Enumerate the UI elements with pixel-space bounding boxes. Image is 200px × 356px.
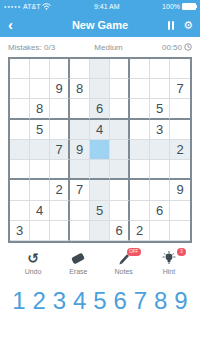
sudoku-cell-r4c3[interactable] [50,120,70,140]
sudoku-cell-r3c4[interactable] [70,99,90,119]
status-right: 100% [162,3,196,10]
sudoku-cell-r4c1[interactable] [10,120,30,140]
sudoku-cell-r3c7[interactable] [130,99,150,119]
nav-bar: ‹ New Game ⚙ [0,13,200,37]
undo-icon: ↺ [27,251,39,265]
sudoku-cell-r7c1[interactable] [10,180,30,200]
sudoku-cell-r5c3[interactable]: 7 [50,140,70,160]
sudoku-cell-r8c6[interactable] [110,201,130,221]
sudoku-cell-r5c9[interactable]: 2 [170,140,190,160]
sudoku-cell-r4c2[interactable]: 5 [30,120,50,140]
sudoku-cell-r3c9[interactable] [170,99,190,119]
sudoku-cell-r8c2[interactable]: 4 [30,201,50,221]
sudoku-cell-r2c1[interactable] [10,79,30,99]
sudoku-cell-r8c7[interactable] [130,201,150,221]
sudoku-cell-r7c3[interactable]: 2 [50,180,70,200]
sudoku-cell-r3c3[interactable] [50,99,70,119]
numpad-digit-5[interactable]: 5 [91,287,109,315]
hint-button[interactable]: Hint 3 [152,251,186,275]
sudoku-cell-r6c4[interactable] [70,160,90,180]
sudoku-cell-r3c1[interactable] [10,99,30,119]
sudoku-cell-r6c8[interactable] [150,160,170,180]
sudoku-board: 987865543792279456362 [8,57,192,243]
back-button[interactable]: ‹ [8,14,13,36]
erase-button[interactable]: Erase [61,251,95,275]
sudoku-cell-r3c2[interactable]: 8 [30,99,50,119]
notes-button[interactable]: Notes OFF [107,251,141,275]
settings-button[interactable]: ⚙ [183,20,193,31]
sudoku-cell-r6c1[interactable] [10,160,30,180]
sudoku-cell-r4c7[interactable] [130,120,150,140]
notes-badge: OFF [127,248,141,256]
sudoku-cell-r6c9[interactable] [170,160,190,180]
sudoku-cell-r9c9[interactable] [170,221,190,241]
number-pad: 123456789 [0,287,200,315]
sudoku-cell-r6c7[interactable] [130,160,150,180]
sudoku-cell-r8c9[interactable] [170,201,190,221]
sudoku-cell-r7c5[interactable] [90,180,110,200]
sudoku-cell-r7c8[interactable] [150,180,170,200]
sudoku-cell-r5c5[interactable] [90,140,110,160]
numpad-digit-3[interactable]: 3 [51,287,69,315]
sudoku-cell-r2c3[interactable]: 9 [50,79,70,99]
numpad-digit-7[interactable]: 7 [132,287,150,315]
sudoku-cell-r8c1[interactable] [10,201,30,221]
undo-label: Undo [25,268,42,275]
difficulty-label: Medium [94,43,122,52]
signal-strength-icon: ●●●●● [4,5,21,9]
sudoku-cell-r9c4[interactable] [70,221,90,241]
sudoku-cell-r4c6[interactable] [110,120,130,140]
sudoku-cell-r2c6[interactable] [110,79,130,99]
sudoku-cell-r5c7[interactable] [130,140,150,160]
sudoku-cell-r9c7[interactable]: 2 [130,221,150,241]
sudoku-cell-r8c5[interactable]: 5 [90,201,110,221]
sudoku-cell-r4c8[interactable]: 3 [150,120,170,140]
sudoku-cell-r7c2[interactable] [30,180,50,200]
sudoku-cell-r9c5[interactable] [90,221,110,241]
erase-label: Erase [69,268,87,275]
timer-value: 00:50 [162,43,182,52]
sudoku-cell-r2c2[interactable] [30,79,50,99]
status-bar: ●●●●● AT&T 9:41 AM 100% [0,0,200,13]
sudoku-cell-r5c6[interactable] [110,140,130,160]
sudoku-cell-r1c1[interactable] [10,59,30,79]
lightbulb-icon [162,251,176,265]
sudoku-cell-r2c7[interactable] [130,79,150,99]
sudoku-cell-r5c1[interactable] [10,140,30,160]
pause-button[interactable] [168,21,174,30]
sudoku-cell-r3c5[interactable]: 6 [90,99,110,119]
clock-time: 9:41 AM [94,3,120,10]
sudoku-cell-r4c9[interactable] [170,120,190,140]
sudoku-cell-r9c2[interactable] [30,221,50,241]
numpad-digit-8[interactable]: 8 [152,287,170,315]
sudoku-cell-r5c4[interactable]: 9 [70,140,90,160]
sudoku-cell-r2c5[interactable] [90,79,110,99]
sudoku-cell-r9c6[interactable]: 6 [110,221,130,241]
sudoku-cell-r4c4[interactable] [70,120,90,140]
sudoku-cell-r3c8[interactable]: 5 [150,99,170,119]
sudoku-cell-r5c8[interactable] [150,140,170,160]
sudoku-cell-r1c4[interactable] [70,59,90,79]
info-bar: Mistakes: 0/3 Medium 00:50 [0,37,200,57]
undo-button[interactable]: ↺ Undo [16,251,50,275]
numpad-digit-9[interactable]: 9 [172,287,190,315]
wifi-icon [42,3,51,10]
hint-badge: 3 [177,248,186,256]
sudoku-cell-r1c9[interactable] [170,59,190,79]
sudoku-cell-r8c4[interactable] [70,201,90,221]
battery-icon [182,3,196,10]
sudoku-cell-r1c6[interactable] [110,59,130,79]
sudoku-cell-r9c1[interactable]: 3 [10,221,30,241]
sudoku-cell-r9c8[interactable] [150,221,170,241]
hint-label: Hint [163,268,175,275]
numpad-digit-2[interactable]: 2 [30,287,48,315]
sudoku-cell-r1c8[interactable] [150,59,170,79]
sudoku-cell-r6c5[interactable] [90,160,110,180]
sudoku-app-screen: ●●●●● AT&T 9:41 AM 100% ‹ New Game ⚙ Mis… [0,0,200,356]
numpad-digit-4[interactable]: 4 [71,287,89,315]
mistakes-counter: Mistakes: 0/3 [8,43,55,52]
sudoku-cell-r7c4[interactable]: 7 [70,180,90,200]
notes-label: Notes [115,268,133,275]
sudoku-cell-r7c7[interactable] [130,180,150,200]
sudoku-cell-r6c2[interactable] [30,160,50,180]
status-left: ●●●●● AT&T [4,3,51,10]
toolbar: ↺ Undo Erase Notes OFF [0,251,200,275]
sudoku-cell-r6c6[interactable] [110,160,130,180]
sudoku-cell-r1c5[interactable] [90,59,110,79]
sudoku-cell-r5c2[interactable] [30,140,50,160]
sudoku-cell-r1c3[interactable] [50,59,70,79]
sudoku-cell-r1c2[interactable] [30,59,50,79]
clock-icon [184,43,192,51]
sudoku-cell-r6c3[interactable] [50,160,70,180]
sudoku-cell-r1c7[interactable] [130,59,150,79]
numpad-digit-1[interactable]: 1 [10,287,28,315]
sudoku-cell-r2c9[interactable]: 7 [170,79,190,99]
sudoku-cell-r7c9[interactable]: 9 [170,180,190,200]
sudoku-cell-r2c4[interactable]: 8 [70,79,90,99]
numpad-digit-6[interactable]: 6 [111,287,129,315]
battery-percent: 100% [162,3,180,10]
sudoku-cell-r2c8[interactable] [150,79,170,99]
sudoku-cell-r3c6[interactable] [110,99,130,119]
eraser-icon [71,252,85,264]
sudoku-cell-r8c3[interactable] [50,201,70,221]
sudoku-cell-r8c8[interactable]: 6 [150,201,170,221]
sudoku-cell-r4c5[interactable]: 4 [90,120,110,140]
sudoku-cell-r7c6[interactable] [110,180,130,200]
carrier-label: AT&T [23,3,40,10]
sudoku-cell-r9c3[interactable] [50,221,70,241]
